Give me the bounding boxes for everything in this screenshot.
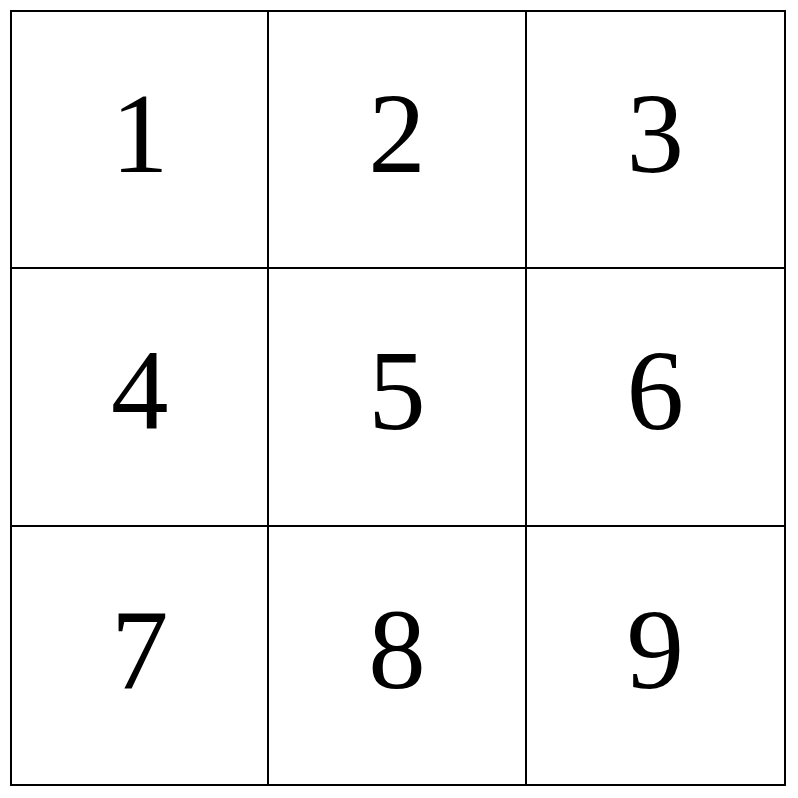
cell-value: 4 [111,333,169,448]
cell-value: 5 [368,333,426,448]
cell-value: 9 [627,592,685,707]
cell-r1c1[interactable]: 1 [12,12,269,269]
cell-r3c3[interactable]: 9 [527,527,784,784]
cell-r2c1[interactable]: 4 [12,269,269,526]
cell-value: 7 [111,592,169,707]
cell-r1c3[interactable]: 3 [527,12,784,269]
cell-r3c2[interactable]: 8 [269,527,526,784]
cell-value: 8 [368,592,426,707]
cell-r1c2[interactable]: 2 [269,12,526,269]
cell-r3c1[interactable]: 7 [12,527,269,784]
cell-r2c3[interactable]: 6 [527,269,784,526]
cell-value: 1 [111,76,169,191]
cell-value: 3 [627,76,685,191]
cell-r2c2[interactable]: 5 [269,269,526,526]
cell-value: 2 [368,76,426,191]
cell-value: 6 [627,333,685,448]
grid-board: 1 2 3 4 5 6 7 8 9 [10,10,786,786]
